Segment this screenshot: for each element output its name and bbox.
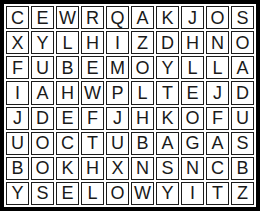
word-search-board: CEWRQAKJOSXYLHIZDHNOFUBEMOYLLAIAHWPLTEJD…	[0, 0, 260, 211]
grid-cell-r4c10[interactable]: D	[231, 81, 254, 104]
grid-cell-r5c3[interactable]: E	[56, 107, 79, 130]
grid-cell-r1c3[interactable]: W	[56, 6, 79, 29]
grid-cell-r4c5[interactable]: P	[106, 81, 129, 104]
grid-cell-r5c4[interactable]: F	[81, 107, 104, 130]
grid-cell-r3c7[interactable]: Y	[156, 56, 179, 79]
grid-cell-r6c8[interactable]: G	[181, 132, 204, 155]
grid-cell-r6c9[interactable]: A	[206, 132, 229, 155]
grid-cell-r1c6[interactable]: A	[131, 6, 154, 29]
grid-cell-r4c3[interactable]: H	[56, 81, 79, 104]
grid-cell-r3c8[interactable]: L	[181, 56, 204, 79]
grid-cell-r5c8[interactable]: O	[181, 107, 204, 130]
grid-cell-r1c8[interactable]: J	[181, 6, 204, 29]
grid-cell-r3c4[interactable]: E	[81, 56, 104, 79]
grid-cell-r8c4[interactable]: L	[81, 182, 104, 205]
grid-cell-r6c4[interactable]: T	[81, 132, 104, 155]
grid-cell-r8c7[interactable]: Y	[156, 182, 179, 205]
grid-cell-r8c9[interactable]: T	[206, 182, 229, 205]
grid-cell-r6c5[interactable]: U	[106, 132, 129, 155]
grid-cell-r1c9[interactable]: O	[206, 6, 229, 29]
grid-cell-r7c5[interactable]: X	[106, 157, 129, 180]
grid-cell-r5c9[interactable]: F	[206, 107, 229, 130]
grid-cell-r4c7[interactable]: T	[156, 81, 179, 104]
grid-cell-r6c7[interactable]: A	[156, 132, 179, 155]
grid-cell-r7c3[interactable]: K	[56, 157, 79, 180]
grid-cell-r4c8[interactable]: E	[181, 81, 204, 104]
grid-cell-r1c2[interactable]: E	[31, 6, 54, 29]
grid-cell-r2c5[interactable]: I	[106, 31, 129, 54]
letter-grid: CEWRQAKJOSXYLHIZDHNOFUBEMOYLLAIAHWPLTEJD…	[4, 4, 256, 207]
grid-cell-r1c10[interactable]: S	[231, 6, 254, 29]
grid-cell-r7c10[interactable]: B	[231, 157, 254, 180]
grid-cell-r7c8[interactable]: N	[181, 157, 204, 180]
grid-cell-r8c2[interactable]: S	[31, 182, 54, 205]
grid-cell-r1c4[interactable]: R	[81, 6, 104, 29]
grid-cell-r5c1[interactable]: J	[6, 107, 29, 130]
grid-cell-r2c1[interactable]: X	[6, 31, 29, 54]
grid-cell-r3c5[interactable]: M	[106, 56, 129, 79]
grid-cell-r8c3[interactable]: E	[56, 182, 79, 205]
grid-cell-r3c6[interactable]: O	[131, 56, 154, 79]
grid-cell-r2c4[interactable]: H	[81, 31, 104, 54]
grid-cell-r2c7[interactable]: D	[156, 31, 179, 54]
grid-cell-r3c10[interactable]: A	[231, 56, 254, 79]
grid-cell-r3c1[interactable]: F	[6, 56, 29, 79]
grid-cell-r5c6[interactable]: H	[131, 107, 154, 130]
grid-cell-r8c1[interactable]: Y	[6, 182, 29, 205]
grid-cell-r1c1[interactable]: C	[6, 6, 29, 29]
grid-cell-r3c3[interactable]: B	[56, 56, 79, 79]
grid-cell-r4c1[interactable]: I	[6, 81, 29, 104]
grid-cell-r7c1[interactable]: B	[6, 157, 29, 180]
grid-cell-r6c2[interactable]: O	[31, 132, 54, 155]
grid-cell-r2c6[interactable]: Z	[131, 31, 154, 54]
grid-cell-r3c9[interactable]: L	[206, 56, 229, 79]
grid-cell-r4c4[interactable]: W	[81, 81, 104, 104]
grid-cell-r7c9[interactable]: C	[206, 157, 229, 180]
grid-cell-r6c3[interactable]: C	[56, 132, 79, 155]
grid-cell-r8c5[interactable]: O	[106, 182, 129, 205]
grid-cell-r8c6[interactable]: W	[131, 182, 154, 205]
grid-cell-r7c7[interactable]: S	[156, 157, 179, 180]
grid-cell-r4c9[interactable]: J	[206, 81, 229, 104]
grid-cell-r4c2[interactable]: A	[31, 81, 54, 104]
grid-cell-r6c1[interactable]: U	[6, 132, 29, 155]
grid-cell-r5c10[interactable]: U	[231, 107, 254, 130]
grid-cell-r4c6[interactable]: L	[131, 81, 154, 104]
grid-cell-r5c5[interactable]: J	[106, 107, 129, 130]
grid-cell-r2c2[interactable]: Y	[31, 31, 54, 54]
grid-cell-r2c3[interactable]: L	[56, 31, 79, 54]
grid-cell-r6c6[interactable]: B	[131, 132, 154, 155]
grid-cell-r1c5[interactable]: Q	[106, 6, 129, 29]
grid-cell-r8c8[interactable]: I	[181, 182, 204, 205]
grid-cell-r1c7[interactable]: K	[156, 6, 179, 29]
grid-cell-r2c8[interactable]: H	[181, 31, 204, 54]
grid-cell-r2c10[interactable]: O	[231, 31, 254, 54]
grid-cell-r7c6[interactable]: N	[131, 157, 154, 180]
grid-cell-r5c2[interactable]: D	[31, 107, 54, 130]
grid-cell-r8c10[interactable]: Z	[231, 182, 254, 205]
grid-cell-r7c4[interactable]: H	[81, 157, 104, 180]
grid-cell-r3c2[interactable]: U	[31, 56, 54, 79]
grid-cell-r2c9[interactable]: N	[206, 31, 229, 54]
grid-cell-r7c2[interactable]: O	[31, 157, 54, 180]
grid-cell-r5c7[interactable]: K	[156, 107, 179, 130]
grid-cell-r6c10[interactable]: S	[231, 132, 254, 155]
